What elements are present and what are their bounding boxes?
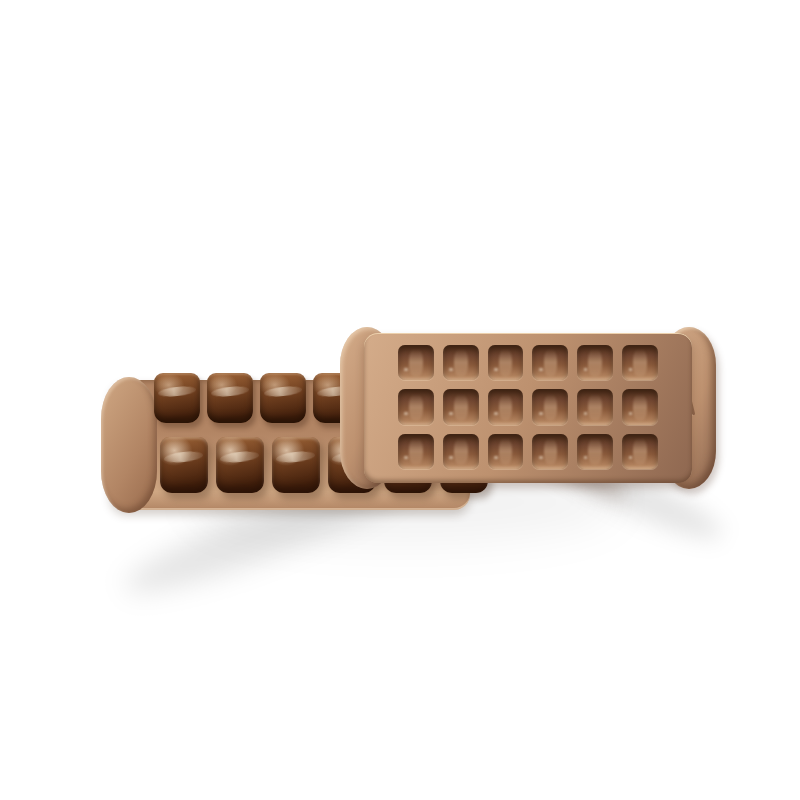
mould-cavity — [577, 345, 613, 380]
chocolate-bump-front — [160, 437, 208, 493]
chocolate-bump-front — [216, 437, 264, 493]
mould-cavity — [443, 434, 479, 469]
mould-cavity — [398, 434, 434, 469]
mould-cavity — [577, 389, 613, 424]
mould-tray-top — [364, 333, 692, 483]
mould-cavity — [532, 389, 568, 424]
photo-stage — [0, 0, 800, 800]
chocolate-bump-back — [207, 373, 253, 423]
mould-cavity — [488, 434, 524, 469]
mould-cavity — [398, 345, 434, 380]
mould-cavity — [488, 345, 524, 380]
mould-cavity — [488, 389, 524, 424]
cavity-grid — [398, 345, 658, 469]
mould-cavity — [577, 434, 613, 469]
mould-grip-tab-left-flipped — [101, 377, 157, 513]
chocolate-bump-back — [260, 373, 306, 423]
chocolate-bump-back — [154, 373, 200, 423]
chocolate-bump-front — [272, 437, 320, 493]
mould-cavity — [443, 345, 479, 380]
mould-cavity-side — [348, 333, 708, 483]
mould-cavity — [532, 345, 568, 380]
mould-cavity — [532, 434, 568, 469]
mould-cavity — [622, 389, 658, 424]
mould-cavity — [622, 345, 658, 380]
mould-cavity — [398, 389, 434, 424]
mould-cavity — [622, 434, 658, 469]
mould-cavity — [443, 389, 479, 424]
